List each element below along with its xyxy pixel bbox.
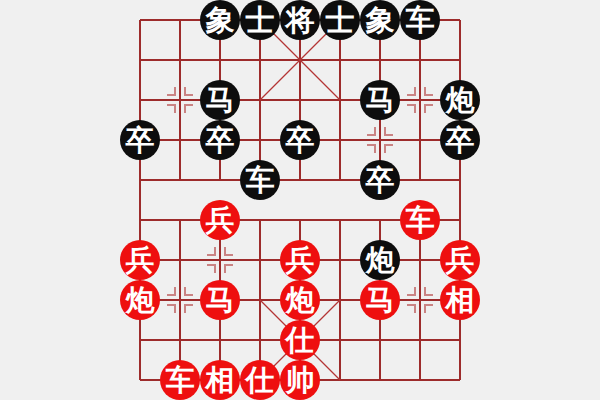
piece-red-elephant[interactable]: 相 xyxy=(440,280,480,320)
piece-red-cannon[interactable]: 炮 xyxy=(120,280,160,320)
piece-black-horse[interactable]: 马 xyxy=(360,80,400,120)
piece-red-advisor[interactable]: 仕 xyxy=(280,320,320,360)
piece-red-chariot[interactable]: 车 xyxy=(400,200,440,240)
piece-black-soldier[interactable]: 卒 xyxy=(440,120,480,160)
piece-red-soldier[interactable]: 兵 xyxy=(120,240,160,280)
xiangqi-board: 象士将士象车马马炮卒卒卒卒车卒炮兵车兵兵兵炮马炮马相仕车相仕帅 xyxy=(120,0,480,400)
piece-red-chariot[interactable]: 车 xyxy=(160,360,200,400)
app-background: 象士将士象车马马炮卒卒卒卒车卒炮兵车兵兵兵炮马炮马相仕车相仕帅 xyxy=(0,0,600,400)
piece-layer: 象士将士象车马马炮卒卒卒卒车卒炮兵车兵兵兵炮马炮马相仕车相仕帅 xyxy=(120,0,480,400)
piece-red-soldier[interactable]: 兵 xyxy=(200,200,240,240)
piece-black-advisor[interactable]: 士 xyxy=(320,0,360,40)
piece-black-soldier[interactable]: 卒 xyxy=(200,120,240,160)
piece-black-advisor[interactable]: 士 xyxy=(240,0,280,40)
piece-black-cannon[interactable]: 炮 xyxy=(360,240,400,280)
piece-black-soldier[interactable]: 卒 xyxy=(280,120,320,160)
piece-black-general[interactable]: 将 xyxy=(280,0,320,40)
piece-black-soldier[interactable]: 卒 xyxy=(360,160,400,200)
piece-red-elephant[interactable]: 相 xyxy=(200,360,240,400)
piece-black-elephant[interactable]: 象 xyxy=(200,0,240,40)
piece-black-horse[interactable]: 马 xyxy=(200,80,240,120)
piece-red-soldier[interactable]: 兵 xyxy=(280,240,320,280)
piece-red-cannon[interactable]: 炮 xyxy=(280,280,320,320)
piece-red-horse[interactable]: 马 xyxy=(200,280,240,320)
piece-black-cannon[interactable]: 炮 xyxy=(440,80,480,120)
piece-black-elephant[interactable]: 象 xyxy=(360,0,400,40)
piece-red-soldier[interactable]: 兵 xyxy=(440,240,480,280)
piece-black-chariot[interactable]: 车 xyxy=(400,0,440,40)
piece-red-general[interactable]: 帅 xyxy=(280,360,320,400)
piece-black-soldier[interactable]: 卒 xyxy=(120,120,160,160)
piece-red-advisor[interactable]: 仕 xyxy=(240,360,280,400)
piece-black-chariot[interactable]: 车 xyxy=(240,160,280,200)
piece-red-horse[interactable]: 马 xyxy=(360,280,400,320)
